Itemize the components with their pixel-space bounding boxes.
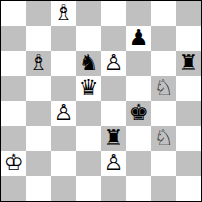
square-g4[interactable] bbox=[151, 101, 176, 126]
black-queen-d5: ♛ bbox=[79, 76, 99, 100]
square-b7[interactable] bbox=[26, 26, 51, 51]
square-h7[interactable] bbox=[176, 26, 201, 51]
square-a7[interactable] bbox=[1, 26, 26, 51]
white-knight-g5: ♘ bbox=[154, 76, 174, 100]
square-d6[interactable]: ♞ bbox=[76, 51, 101, 76]
square-c8[interactable]: ♗ bbox=[51, 1, 76, 26]
square-h1[interactable] bbox=[176, 176, 201, 201]
square-c2[interactable] bbox=[51, 151, 76, 176]
square-e1[interactable] bbox=[101, 176, 126, 201]
square-c1[interactable] bbox=[51, 176, 76, 201]
square-a5[interactable] bbox=[1, 76, 26, 101]
square-c5[interactable] bbox=[51, 76, 76, 101]
square-a3[interactable] bbox=[1, 126, 26, 151]
black-king-f4: ♚ bbox=[129, 101, 149, 125]
square-g2[interactable] bbox=[151, 151, 176, 176]
square-f6[interactable] bbox=[126, 51, 151, 76]
square-f3[interactable] bbox=[126, 126, 151, 151]
square-f8[interactable] bbox=[126, 1, 151, 26]
square-d8[interactable] bbox=[76, 1, 101, 26]
square-f1[interactable] bbox=[126, 176, 151, 201]
square-g6[interactable] bbox=[151, 51, 176, 76]
black-knight-d6: ♞ bbox=[79, 51, 99, 75]
white-bishop-c8: ♗ bbox=[54, 1, 74, 25]
square-c6[interactable] bbox=[51, 51, 76, 76]
square-e5[interactable] bbox=[101, 76, 126, 101]
square-b5[interactable] bbox=[26, 76, 51, 101]
square-g8[interactable] bbox=[151, 1, 176, 26]
white-pawn-e6: ♙ bbox=[104, 51, 124, 75]
square-d4[interactable] bbox=[76, 101, 101, 126]
square-a4[interactable] bbox=[1, 101, 26, 126]
square-g3[interactable]: ♘ bbox=[151, 126, 176, 151]
square-h2[interactable] bbox=[176, 151, 201, 176]
square-f2[interactable] bbox=[126, 151, 151, 176]
square-a6[interactable] bbox=[1, 51, 26, 76]
square-a8[interactable] bbox=[1, 1, 26, 26]
square-h8[interactable] bbox=[176, 1, 201, 26]
square-h3[interactable] bbox=[176, 126, 201, 151]
square-d3[interactable] bbox=[76, 126, 101, 151]
square-f7[interactable]: ♟ bbox=[126, 26, 151, 51]
white-king-a2: ♔ bbox=[4, 151, 24, 175]
black-rook-e3: ♜ bbox=[104, 126, 124, 150]
square-g7[interactable] bbox=[151, 26, 176, 51]
square-e4[interactable] bbox=[101, 101, 126, 126]
square-h6[interactable]: ♜ bbox=[176, 51, 201, 76]
square-e2[interactable]: ♙ bbox=[101, 151, 126, 176]
square-h5[interactable] bbox=[176, 76, 201, 101]
square-b4[interactable] bbox=[26, 101, 51, 126]
white-knight-g3: ♘ bbox=[154, 126, 174, 150]
white-pawn-e2: ♙ bbox=[104, 151, 124, 175]
square-b8[interactable] bbox=[26, 1, 51, 26]
square-g5[interactable]: ♘ bbox=[151, 76, 176, 101]
square-f5[interactable] bbox=[126, 76, 151, 101]
square-e3[interactable]: ♜ bbox=[101, 126, 126, 151]
square-c7[interactable] bbox=[51, 26, 76, 51]
white-bishop-b6: ♗ bbox=[29, 51, 49, 75]
black-rook-h6: ♜ bbox=[179, 51, 199, 75]
square-d5[interactable]: ♛ bbox=[76, 76, 101, 101]
square-c4[interactable]: ♙ bbox=[51, 101, 76, 126]
square-d2[interactable] bbox=[76, 151, 101, 176]
square-h4[interactable] bbox=[176, 101, 201, 126]
chess-board: ♗♟♗♞♙♜♛♘♙♚♜♘♔♙ bbox=[0, 0, 202, 202]
black-pawn-f7: ♟ bbox=[129, 26, 149, 50]
square-f4[interactable]: ♚ bbox=[126, 101, 151, 126]
square-a1[interactable] bbox=[1, 176, 26, 201]
square-d7[interactable] bbox=[76, 26, 101, 51]
square-e8[interactable] bbox=[101, 1, 126, 26]
square-b6[interactable]: ♗ bbox=[26, 51, 51, 76]
square-b3[interactable] bbox=[26, 126, 51, 151]
square-e7[interactable] bbox=[101, 26, 126, 51]
square-b2[interactable] bbox=[26, 151, 51, 176]
square-d1[interactable] bbox=[76, 176, 101, 201]
square-a2[interactable]: ♔ bbox=[1, 151, 26, 176]
white-pawn-c4: ♙ bbox=[54, 101, 74, 125]
square-e6[interactable]: ♙ bbox=[101, 51, 126, 76]
square-g1[interactable] bbox=[151, 176, 176, 201]
square-c3[interactable] bbox=[51, 126, 76, 151]
square-b1[interactable] bbox=[26, 176, 51, 201]
